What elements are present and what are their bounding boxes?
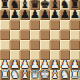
black-pawn[interactable]: ♟	[30, 10, 40, 20]
square-b3[interactable]	[10, 50, 20, 60]
white-pawn[interactable]: ♟	[70, 60, 80, 70]
square-c5[interactable]	[20, 30, 30, 40]
square-b7[interactable]: ♟	[10, 10, 20, 20]
black-pawn[interactable]: ♟	[60, 10, 70, 20]
square-e8[interactable]: ♚	[40, 0, 50, 10]
square-a6[interactable]	[0, 20, 10, 30]
white-pawn[interactable]: ♟	[50, 60, 60, 70]
square-g7[interactable]: ♟	[60, 10, 70, 20]
square-f3[interactable]	[50, 50, 60, 60]
square-e5[interactable]	[40, 30, 50, 40]
black-rook[interactable]: ♜	[0, 0, 10, 10]
square-b6[interactable]	[10, 20, 20, 30]
square-f8[interactable]: ♝	[50, 0, 60, 10]
black-king[interactable]: ♚	[40, 0, 50, 10]
square-g4[interactable]	[60, 40, 70, 50]
square-h5[interactable]	[70, 30, 80, 40]
square-c2[interactable]: ♟	[20, 60, 30, 70]
square-f7[interactable]: ♟	[50, 10, 60, 20]
square-a1[interactable]: ♜	[0, 70, 10, 80]
square-a4[interactable]	[0, 40, 10, 50]
square-a7[interactable]: ♟	[0, 10, 10, 20]
square-b5[interactable]	[10, 30, 20, 40]
square-e7[interactable]: ♟	[40, 10, 50, 20]
square-d8[interactable]: ♛	[30, 0, 40, 10]
square-b8[interactable]: ♞	[10, 0, 20, 10]
white-pawn[interactable]: ♟	[60, 60, 70, 70]
square-h6[interactable]	[70, 20, 80, 30]
square-d3[interactable]	[30, 50, 40, 60]
white-bishop[interactable]: ♝	[20, 70, 30, 80]
square-e6[interactable]	[40, 20, 50, 30]
square-d7[interactable]: ♟	[30, 10, 40, 20]
white-rook[interactable]: ♜	[0, 70, 10, 80]
square-g8[interactable]: ♞	[60, 0, 70, 10]
square-a8[interactable]: ♜	[0, 0, 10, 10]
black-pawn[interactable]: ♟	[0, 10, 10, 20]
black-pawn[interactable]: ♟	[40, 10, 50, 20]
white-bishop[interactable]: ♝	[50, 70, 60, 80]
square-h2[interactable]: ♟	[70, 60, 80, 70]
black-pawn[interactable]: ♟	[20, 10, 30, 20]
black-pawn[interactable]: ♟	[50, 10, 60, 20]
black-pawn[interactable]: ♟	[10, 10, 20, 20]
black-knight[interactable]: ♞	[60, 0, 70, 10]
square-d4[interactable]	[30, 40, 40, 50]
square-d2[interactable]: ♟	[30, 60, 40, 70]
white-pawn[interactable]: ♟	[40, 60, 50, 70]
square-c4[interactable]	[20, 40, 30, 50]
square-f1[interactable]: ♝	[50, 70, 60, 80]
square-e4[interactable]	[40, 40, 50, 50]
square-h7[interactable]: ♟	[70, 10, 80, 20]
black-queen[interactable]: ♛	[30, 0, 40, 10]
black-rook[interactable]: ♜	[70, 0, 80, 10]
square-b2[interactable]: ♟	[10, 60, 20, 70]
square-g6[interactable]	[60, 20, 70, 30]
square-g1[interactable]: ♞	[60, 70, 70, 80]
square-b4[interactable]	[10, 40, 20, 50]
square-d1[interactable]: ♛	[30, 70, 40, 80]
square-g2[interactable]: ♟	[60, 60, 70, 70]
square-a2[interactable]: ♟	[0, 60, 10, 70]
square-c3[interactable]	[20, 50, 30, 60]
black-pawn[interactable]: ♟	[70, 10, 80, 20]
square-h8[interactable]: ♜	[70, 0, 80, 10]
square-c1[interactable]: ♝	[20, 70, 30, 80]
square-f2[interactable]: ♟	[50, 60, 60, 70]
black-knight[interactable]: ♞	[10, 0, 20, 10]
white-rook[interactable]: ♜	[70, 70, 80, 80]
square-e2[interactable]: ♟	[40, 60, 50, 70]
square-d5[interactable]	[30, 30, 40, 40]
square-f5[interactable]	[50, 30, 60, 40]
white-king[interactable]: ♚	[40, 70, 50, 80]
square-a5[interactable]	[0, 30, 10, 40]
chess-board: ♜♞♝♛♚♝♞♜♟♟♟♟♟♟♟♟♟♟♟♟♟♟♟♟♜♞♝♛♚♝♞♜	[0, 0, 80, 80]
white-pawn[interactable]: ♟	[20, 60, 30, 70]
black-bishop[interactable]: ♝	[50, 0, 60, 10]
square-h1[interactable]: ♜	[70, 70, 80, 80]
black-bishop[interactable]: ♝	[20, 0, 30, 10]
square-g5[interactable]	[60, 30, 70, 40]
square-a3[interactable]	[0, 50, 10, 60]
white-pawn[interactable]: ♟	[10, 60, 20, 70]
square-e1[interactable]: ♚	[40, 70, 50, 80]
white-knight[interactable]: ♞	[10, 70, 20, 80]
square-f6[interactable]	[50, 20, 60, 30]
white-pawn[interactable]: ♟	[0, 60, 10, 70]
square-h4[interactable]	[70, 40, 80, 50]
square-g3[interactable]	[60, 50, 70, 60]
square-b1[interactable]: ♞	[10, 70, 20, 80]
white-pawn[interactable]: ♟	[30, 60, 40, 70]
white-queen[interactable]: ♛	[30, 70, 40, 80]
square-c8[interactable]: ♝	[20, 0, 30, 10]
square-f4[interactable]	[50, 40, 60, 50]
white-knight[interactable]: ♞	[60, 70, 70, 80]
square-c6[interactable]	[20, 20, 30, 30]
square-e3[interactable]	[40, 50, 50, 60]
square-c7[interactable]: ♟	[20, 10, 30, 20]
square-h3[interactable]	[70, 50, 80, 60]
square-d6[interactable]	[30, 20, 40, 30]
